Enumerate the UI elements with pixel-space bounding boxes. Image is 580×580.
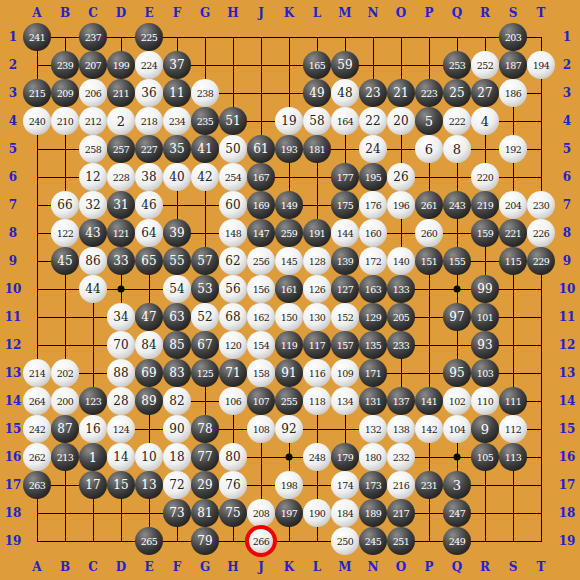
col-label-top-E: E [144, 7, 153, 19]
stone-D7: 31 [107, 191, 135, 219]
stone-O12: 233 [387, 331, 415, 359]
stone-S9: 115 [499, 247, 527, 275]
move-number: 250 [337, 536, 354, 547]
move-number: 20 [393, 114, 408, 128]
move-number: 202 [57, 368, 74, 379]
move-number: 247 [449, 508, 466, 519]
stone-Q19: 249 [443, 527, 471, 555]
move-number: 160 [365, 228, 382, 239]
move-number: 196 [393, 200, 410, 211]
col-label-bottom-O: O [396, 561, 406, 573]
move-number: 205 [393, 312, 410, 323]
stone-F9: 55 [163, 247, 191, 275]
row-label-left-6: 6 [9, 171, 17, 183]
move-number: 52 [197, 310, 212, 324]
move-number: 126 [309, 284, 326, 295]
move-number: 64 [141, 226, 156, 240]
col-label-top-P: P [424, 7, 433, 19]
move-number: 232 [393, 452, 410, 463]
stone-O17: 216 [387, 471, 415, 499]
move-number: 171 [365, 368, 382, 379]
move-number: 154 [253, 340, 270, 351]
row-label-left-2: 2 [9, 59, 17, 71]
stone-L18: 190 [303, 499, 331, 527]
move-number: 43 [85, 226, 100, 240]
move-number: 191 [309, 228, 326, 239]
move-number: 27 [477, 86, 492, 100]
stone-G9: 57 [191, 247, 219, 275]
move-number: 93 [477, 338, 492, 352]
move-number: 119 [281, 340, 298, 351]
move-number: 220 [477, 172, 494, 183]
move-number: 80 [225, 450, 240, 464]
stone-L10: 126 [303, 275, 331, 303]
stone-Q15: 104 [443, 415, 471, 443]
stone-R16: 105 [471, 443, 499, 471]
stone-B13: 202 [51, 359, 79, 387]
stone-A3: 215 [23, 79, 51, 107]
col-label-top-F: F [173, 7, 182, 19]
stone-A14: 264 [23, 387, 51, 415]
stone-N14: 131 [359, 387, 387, 415]
stone-L3: 49 [303, 79, 331, 107]
stone-D16: 14 [107, 443, 135, 471]
move-number: 200 [57, 396, 74, 407]
move-number: 12 [85, 170, 100, 184]
move-number: 264 [29, 396, 46, 407]
move-number: 130 [309, 312, 326, 323]
move-number: 108 [253, 424, 270, 435]
move-number: 41 [197, 142, 212, 156]
stone-J5: 61 [247, 135, 275, 163]
move-number: 62 [225, 254, 240, 268]
move-number: 180 [365, 452, 382, 463]
stone-E7: 46 [135, 191, 163, 219]
stone-N19: 245 [359, 527, 387, 555]
stone-D9: 33 [107, 247, 135, 275]
stone-N16: 180 [359, 443, 387, 471]
move-number: 134 [337, 396, 354, 407]
move-number: 218 [141, 116, 158, 127]
move-number: 237 [85, 32, 102, 43]
move-number: 260 [421, 228, 438, 239]
stone-F12: 85 [163, 331, 191, 359]
row-label-left-8: 8 [9, 227, 17, 239]
col-label-bottom-T: T [537, 561, 546, 573]
stone-C4: 212 [79, 107, 107, 135]
move-number: 128 [309, 256, 326, 267]
stone-S8: 221 [499, 219, 527, 247]
move-number: 257 [113, 144, 130, 155]
move-number: 230 [533, 200, 550, 211]
stone-K8: 259 [275, 219, 303, 247]
row-label-right-17: 17 [559, 479, 576, 491]
move-number: 124 [113, 424, 130, 435]
row-label-left-13: 13 [5, 367, 22, 379]
move-number: 38 [141, 170, 156, 184]
move-number: 261 [421, 200, 438, 211]
move-number: 259 [281, 228, 298, 239]
move-number: 53 [197, 282, 212, 296]
move-number: 2 [117, 114, 125, 129]
move-number: 58 [309, 114, 324, 128]
stone-R11: 101 [471, 303, 499, 331]
stone-E17: 13 [135, 471, 163, 499]
move-number: 235 [197, 116, 214, 127]
stone-J8: 147 [247, 219, 275, 247]
move-number: 162 [253, 312, 270, 323]
stone-H7: 60 [219, 191, 247, 219]
col-label-top-N: N [368, 7, 379, 19]
row-label-left-11: 11 [5, 311, 22, 323]
move-number: 138 [393, 424, 410, 435]
stone-M19: 250 [331, 527, 359, 555]
stone-Q13: 95 [443, 359, 471, 387]
stone-R12: 93 [471, 331, 499, 359]
stone-Q11: 97 [443, 303, 471, 331]
move-number: 102 [449, 396, 466, 407]
move-number: 209 [57, 88, 74, 99]
move-number: 72 [169, 478, 184, 492]
move-number: 103 [477, 368, 494, 379]
move-number: 222 [449, 116, 466, 127]
move-number: 71 [225, 366, 240, 380]
move-number: 152 [337, 312, 354, 323]
star-point-Q10 [454, 286, 461, 293]
move-number: 70 [113, 338, 128, 352]
stone-G11: 52 [191, 303, 219, 331]
col-label-bottom-D: D [116, 561, 126, 573]
col-label-bottom-P: P [424, 561, 433, 573]
stone-O3: 21 [387, 79, 415, 107]
stone-F11: 63 [163, 303, 191, 331]
stone-T9: 229 [527, 247, 555, 275]
move-number: 137 [393, 396, 410, 407]
col-label-top-O: O [396, 7, 406, 19]
stone-R14: 110 [471, 387, 499, 415]
stone-H6: 254 [219, 163, 247, 191]
stone-C1: 237 [79, 23, 107, 51]
move-number: 9 [481, 422, 489, 437]
move-number: 92 [281, 422, 296, 436]
stone-K5: 193 [275, 135, 303, 163]
move-number: 167 [253, 172, 270, 183]
move-number: 210 [57, 116, 74, 127]
stone-N11: 129 [359, 303, 387, 331]
move-number: 213 [57, 452, 74, 463]
move-number: 89 [141, 394, 156, 408]
move-number: 54 [169, 282, 184, 296]
col-label-bottom-H: H [227, 561, 238, 573]
col-label-top-S: S [509, 7, 518, 19]
stone-A15: 242 [23, 415, 51, 443]
row-label-right-14: 14 [559, 395, 576, 407]
move-number: 258 [85, 144, 102, 155]
row-label-left-5: 5 [9, 143, 17, 155]
stone-D6: 228 [107, 163, 135, 191]
move-number: 68 [225, 310, 240, 324]
move-number: 240 [29, 116, 46, 127]
stone-H12: 120 [219, 331, 247, 359]
stone-H9: 62 [219, 247, 247, 275]
move-number: 265 [141, 536, 158, 547]
stone-O7: 196 [387, 191, 415, 219]
move-number: 163 [365, 284, 382, 295]
move-number: 169 [253, 200, 270, 211]
move-number: 132 [365, 424, 382, 435]
move-number: 208 [253, 508, 270, 519]
move-number: 75 [225, 506, 240, 520]
stone-R2: 252 [471, 51, 499, 79]
stone-C2: 207 [79, 51, 107, 79]
stone-J7: 169 [247, 191, 275, 219]
move-number: 17 [85, 478, 100, 492]
move-number: 106 [225, 396, 242, 407]
stone-F8: 39 [163, 219, 191, 247]
row-label-left-12: 12 [5, 339, 22, 351]
move-number: 26 [393, 170, 408, 184]
stone-F5: 35 [163, 135, 191, 163]
col-label-bottom-N: N [368, 561, 379, 573]
move-number: 105 [477, 452, 494, 463]
col-label-bottom-F: F [173, 561, 182, 573]
row-label-right-15: 15 [559, 423, 576, 435]
move-number: 155 [449, 256, 466, 267]
star-point-Q16 [454, 454, 461, 461]
stone-D5: 257 [107, 135, 135, 163]
move-number: 174 [337, 480, 354, 491]
stone-N8: 160 [359, 219, 387, 247]
move-number: 48 [337, 86, 352, 100]
move-number: 159 [477, 228, 494, 239]
move-number: 10 [141, 450, 156, 464]
move-number: 110 [477, 396, 494, 407]
row-label-right-12: 12 [559, 339, 576, 351]
move-number: 135 [365, 340, 382, 351]
stone-J11: 162 [247, 303, 275, 331]
stone-C15: 16 [79, 415, 107, 443]
stone-O10: 133 [387, 275, 415, 303]
row-label-right-5: 5 [563, 143, 571, 155]
row-label-left-7: 7 [9, 199, 17, 211]
move-number: 211 [113, 88, 130, 99]
stone-T8: 226 [527, 219, 555, 247]
move-number: 194 [533, 60, 550, 71]
row-label-right-6: 6 [563, 171, 571, 183]
move-number: 57 [197, 254, 212, 268]
stone-P5: 6 [415, 135, 443, 163]
move-number: 95 [449, 366, 464, 380]
stone-S14: 111 [499, 387, 527, 415]
col-label-bottom-S: S [509, 561, 518, 573]
row-label-left-16: 16 [5, 451, 22, 463]
move-number: 206 [85, 88, 102, 99]
move-number: 107 [253, 396, 270, 407]
stone-M14: 134 [331, 387, 359, 415]
stone-H11: 68 [219, 303, 247, 331]
move-number: 234 [169, 116, 186, 127]
move-number: 85 [169, 338, 184, 352]
stone-T2: 194 [527, 51, 555, 79]
stone-J18: 208 [247, 499, 275, 527]
stone-G18: 81 [191, 499, 219, 527]
row-label-left-15: 15 [5, 423, 22, 435]
stone-K18: 197 [275, 499, 303, 527]
move-number: 44 [85, 282, 100, 296]
stone-C8: 43 [79, 219, 107, 247]
move-number: 76 [225, 478, 240, 492]
move-number: 228 [113, 172, 130, 183]
row-label-left-10: 10 [5, 283, 22, 295]
move-number: 82 [169, 394, 184, 408]
row-label-right-16: 16 [559, 451, 576, 463]
stone-M18: 184 [331, 499, 359, 527]
move-number: 204 [505, 200, 522, 211]
stone-P4: 5 [415, 107, 443, 135]
move-number: 231 [421, 480, 438, 491]
stone-P14: 141 [415, 387, 443, 415]
stone-O18: 217 [387, 499, 415, 527]
stone-S3: 186 [499, 79, 527, 107]
go-board[interactable]: AABBCCDDEEFFGGHHJJKKLLMMNNOOPPQQRRSSTT11… [0, 0, 580, 580]
last-move-stone-J19: 266 [245, 525, 277, 557]
stone-M6: 177 [331, 163, 359, 191]
col-label-top-R: R [480, 7, 490, 19]
stone-R8: 159 [471, 219, 499, 247]
move-number: 35 [169, 142, 184, 156]
stone-J15: 108 [247, 415, 275, 443]
col-label-top-K: K [284, 7, 294, 19]
col-label-top-D: D [116, 7, 126, 19]
move-number: 212 [85, 116, 102, 127]
move-number: 192 [505, 144, 522, 155]
stone-L12: 117 [303, 331, 331, 359]
stone-L9: 128 [303, 247, 331, 275]
col-label-top-C: C [88, 7, 98, 19]
move-number: 84 [141, 338, 156, 352]
move-number: 241 [29, 32, 46, 43]
col-label-top-L: L [313, 7, 321, 19]
stone-S16: 113 [499, 443, 527, 471]
col-label-top-B: B [60, 7, 70, 19]
move-number: 45 [57, 254, 72, 268]
stone-Q9: 155 [443, 247, 471, 275]
stone-D11: 34 [107, 303, 135, 331]
col-label-bottom-J: J [258, 561, 264, 573]
col-label-bottom-R: R [480, 561, 490, 573]
stone-N17: 173 [359, 471, 387, 499]
stone-G3: 238 [191, 79, 219, 107]
move-number: 19 [281, 114, 296, 128]
stone-N7: 176 [359, 191, 387, 219]
stone-K10: 161 [275, 275, 303, 303]
move-number: 40 [169, 170, 184, 184]
move-number: 184 [337, 508, 354, 519]
move-number: 147 [253, 228, 270, 239]
move-number: 83 [169, 366, 184, 380]
stone-F10: 54 [163, 275, 191, 303]
move-number: 157 [337, 340, 354, 351]
stone-K11: 150 [275, 303, 303, 331]
move-number: 101 [477, 312, 494, 323]
move-number: 242 [29, 424, 46, 435]
stone-G19: 79 [191, 527, 219, 555]
stone-C10: 44 [79, 275, 107, 303]
row-label-right-9: 9 [563, 255, 571, 267]
move-number: 28 [113, 394, 128, 408]
row-label-left-14: 14 [5, 395, 22, 407]
move-number: 263 [29, 480, 46, 491]
move-number: 36 [141, 86, 156, 100]
stone-G17: 29 [191, 471, 219, 499]
move-number: 65 [141, 254, 156, 268]
stone-B8: 122 [51, 219, 79, 247]
move-number: 56 [225, 282, 240, 296]
stone-H16: 80 [219, 443, 247, 471]
move-number: 181 [309, 144, 326, 155]
move-number: 158 [253, 368, 270, 379]
stone-A16: 262 [23, 443, 51, 471]
stone-R4: 4 [471, 107, 499, 135]
stone-J6: 167 [247, 163, 275, 191]
stone-N13: 171 [359, 359, 387, 387]
stone-M4: 164 [331, 107, 359, 135]
move-number: 173 [365, 480, 382, 491]
stone-C16: 1 [79, 443, 107, 471]
move-number: 109 [337, 368, 354, 379]
move-number: 233 [393, 340, 410, 351]
stone-B9: 45 [51, 247, 79, 275]
stone-Q17: 3 [443, 471, 471, 499]
move-number: 249 [449, 536, 466, 547]
stone-C7: 32 [79, 191, 107, 219]
move-number: 97 [449, 310, 464, 324]
move-number: 239 [57, 60, 74, 71]
stone-M7: 175 [331, 191, 359, 219]
stone-G5: 41 [191, 135, 219, 163]
stone-F16: 18 [163, 443, 191, 471]
stone-D15: 124 [107, 415, 135, 443]
stone-P15: 142 [415, 415, 443, 443]
move-number: 203 [505, 32, 522, 43]
move-number: 77 [197, 450, 212, 464]
move-number: 90 [169, 422, 184, 436]
move-number: 6 [425, 142, 433, 157]
stone-E11: 47 [135, 303, 163, 331]
stone-D17: 15 [107, 471, 135, 499]
move-number: 46 [141, 198, 156, 212]
move-number: 91 [281, 366, 296, 380]
move-number: 142 [421, 424, 438, 435]
col-label-bottom-A: A [32, 561, 41, 573]
stone-S2: 187 [499, 51, 527, 79]
move-number: 116 [309, 368, 326, 379]
move-number: 207 [85, 60, 102, 71]
move-number: 33 [113, 254, 128, 268]
col-label-top-H: H [227, 7, 238, 19]
stone-D2: 199 [107, 51, 135, 79]
move-number: 199 [113, 60, 130, 71]
stone-B7: 66 [51, 191, 79, 219]
row-label-left-19: 19 [5, 535, 22, 547]
stone-S15: 112 [499, 415, 527, 443]
stone-F14: 82 [163, 387, 191, 415]
stone-H13: 71 [219, 359, 247, 387]
stone-M16: 179 [331, 443, 359, 471]
move-number: 193 [281, 144, 298, 155]
move-number: 229 [533, 256, 550, 267]
move-number: 60 [225, 198, 240, 212]
